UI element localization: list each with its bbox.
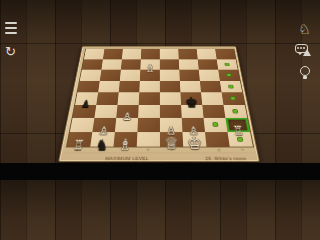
file-label-a: a	[65, 147, 90, 152]
square-e5[interactable]	[160, 81, 181, 93]
square-d2[interactable]	[137, 118, 160, 132]
square-a5[interactable]	[78, 81, 100, 93]
square-g3[interactable]	[202, 105, 225, 118]
square-g6[interactable]	[199, 70, 220, 81]
square-f2[interactable]: ♙	[182, 118, 205, 132]
square-e6[interactable]	[160, 70, 180, 81]
file-label-d: d	[136, 147, 160, 152]
square-b1[interactable]: ♞	[90, 132, 115, 147]
square-f1[interactable]: ♔	[182, 132, 206, 147]
square-a4[interactable]: ♟	[75, 92, 98, 104]
square-e8[interactable]	[160, 49, 179, 59]
square-g5[interactable]	[200, 81, 222, 93]
square-h1[interactable]	[227, 132, 252, 147]
square-b4[interactable]	[96, 92, 118, 104]
legal-move-dot	[225, 63, 229, 65]
file-label-e: e	[160, 147, 184, 152]
legal-move-dot	[213, 123, 217, 126]
square-d5[interactable]	[139, 81, 160, 93]
square-b8[interactable]	[103, 49, 123, 59]
menu-icon[interactable]	[4, 22, 18, 34]
lightbulb-icon[interactable]	[297, 65, 312, 82]
square-c3[interactable]: ♙	[116, 105, 138, 118]
square-e3[interactable]	[160, 105, 182, 118]
square-b3[interactable]	[94, 105, 117, 118]
square-f5[interactable]	[180, 81, 201, 93]
square-f8[interactable]	[178, 49, 197, 59]
level-label: MAXIMUM LEVEL	[105, 155, 149, 160]
square-c4[interactable]	[118, 92, 140, 104]
hint-bubble-icon[interactable]	[294, 43, 312, 59]
square-d7[interactable]: ♗	[140, 59, 159, 69]
board-frame: ♗♟♚♙♙♙♙♖♖♞♗♕♔ abcdefgh MAXIMUM LEVEL 28.…	[58, 46, 260, 162]
file-label-h: h	[231, 147, 256, 152]
square-h2[interactable]: ♖	[225, 118, 250, 132]
chess-board-area: ♗♟♚♙♙♙♙♖♖♞♗♕♔ abcdefgh MAXIMUM LEVEL 28.…	[58, 0, 260, 162]
status-rail: MAXIMUM LEVEL 28. White's move	[63, 152, 257, 162]
square-c6[interactable]	[120, 70, 141, 81]
square-g8[interactable]	[197, 49, 217, 59]
square-f3[interactable]	[181, 105, 204, 118]
square-d3[interactable]	[138, 105, 160, 118]
square-d4[interactable]	[139, 92, 160, 104]
square-h5[interactable]	[220, 81, 242, 93]
square-e1[interactable]: ♕	[160, 132, 183, 147]
square-h4[interactable]	[222, 92, 245, 104]
square-c8[interactable]	[122, 49, 141, 59]
file-label-b: b	[89, 147, 113, 152]
square-c1[interactable]: ♗	[113, 132, 137, 147]
square-b7[interactable]	[101, 59, 121, 69]
square-e7[interactable]	[160, 59, 179, 69]
square-b5[interactable]	[98, 81, 120, 93]
file-coordinates: abcdefgh	[65, 147, 255, 152]
square-b2[interactable]: ♙	[92, 118, 116, 132]
square-g2[interactable]	[204, 118, 228, 132]
square-a2[interactable]	[70, 118, 95, 132]
square-h3[interactable]	[223, 105, 247, 118]
square-g7[interactable]	[198, 59, 219, 69]
file-label-g: g	[207, 147, 231, 152]
legal-move-dot	[229, 85, 233, 88]
square-a6[interactable]	[80, 70, 102, 81]
square-a1[interactable]: ♖	[67, 132, 92, 147]
square-e2[interactable]: ♙	[160, 118, 183, 132]
square-h7[interactable]	[217, 59, 238, 69]
legal-move-dot	[233, 110, 237, 113]
square-a8[interactable]	[84, 49, 104, 59]
square-a3[interactable]	[73, 105, 97, 118]
square-d8[interactable]	[141, 49, 160, 59]
square-f7[interactable]	[179, 59, 199, 69]
turn-label: 28. White's move	[205, 155, 247, 160]
legal-move-dot	[238, 137, 242, 140]
square-d6[interactable]	[140, 70, 160, 81]
square-b6[interactable]	[100, 70, 121, 81]
file-label-c: c	[112, 147, 136, 152]
legal-move-dot	[227, 74, 231, 76]
square-f6[interactable]	[179, 70, 200, 81]
chess-board[interactable]: ♗♟♚♙♙♙♙♖♖♞♗♕♔	[66, 49, 254, 148]
undo-icon[interactable]: ↻	[3, 44, 18, 59]
legal-move-dot	[231, 97, 235, 100]
square-h6[interactable]	[218, 70, 240, 81]
square-f4[interactable]: ♚	[180, 92, 202, 104]
square-g4[interactable]	[201, 92, 223, 104]
square-h8[interactable]	[215, 49, 235, 59]
file-label-f: f	[183, 147, 207, 152]
square-g1[interactable]	[205, 132, 230, 147]
square-d1[interactable]	[137, 132, 160, 147]
square-c5[interactable]	[119, 81, 140, 93]
knight-piece-icon[interactable]: ♘	[296, 20, 313, 37]
square-c2[interactable]	[115, 118, 138, 132]
square-c7[interactable]	[121, 59, 141, 69]
square-a7[interactable]	[82, 59, 103, 69]
square-e4[interactable]	[160, 92, 181, 104]
bottom-bar	[0, 163, 320, 180]
